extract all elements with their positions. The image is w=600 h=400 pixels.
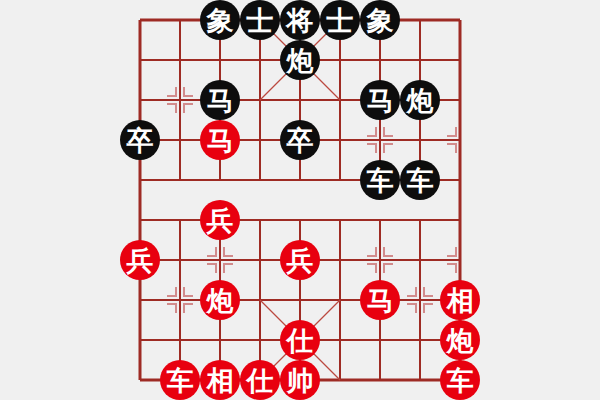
cell-f2-r9[interactable]: 相 — [200, 360, 240, 400]
cell-f6-r5[interactable] — [360, 200, 400, 240]
cell-f7-r3[interactable] — [400, 120, 440, 160]
cell-f7-r6[interactable] — [400, 240, 440, 280]
piece-red-horse[interactable]: 马 — [200, 120, 240, 160]
cell-f6-r0[interactable]: 象 — [360, 0, 400, 40]
piece-black-advisor[interactable]: 士 — [320, 0, 360, 40]
cell-f3-r6[interactable] — [240, 240, 280, 280]
cell-f6-r1[interactable] — [360, 40, 400, 80]
cell-f5-r9[interactable] — [320, 360, 360, 400]
cell-f4-r9[interactable]: 帅 — [280, 360, 320, 400]
cell-f2-r0[interactable]: 象 — [200, 0, 240, 40]
cell-f4-r5[interactable] — [280, 200, 320, 240]
piece-red-chariot[interactable]: 车 — [440, 360, 480, 400]
cell-f4-r1[interactable]: 炮 — [280, 40, 320, 80]
piece-red-advisor[interactable]: 仕 — [280, 320, 320, 360]
cell-f8-r5[interactable] — [440, 200, 480, 240]
cell-f0-r6[interactable]: 兵 — [120, 240, 160, 280]
cell-f8-r8[interactable]: 炮 — [440, 320, 480, 360]
piece-black-cannon[interactable]: 炮 — [400, 80, 440, 120]
piece-red-advisor[interactable]: 仕 — [240, 360, 280, 400]
cell-f0-r0[interactable] — [120, 0, 160, 40]
cell-f6-r9[interactable] — [360, 360, 400, 400]
cell-f3-r2[interactable] — [240, 80, 280, 120]
piece-red-cannon[interactable]: 炮 — [200, 280, 240, 320]
piece-red-chariot[interactable]: 车 — [160, 360, 200, 400]
cell-f4-r0[interactable]: 将 — [280, 0, 320, 40]
cell-f1-r0[interactable] — [160, 0, 200, 40]
cell-f1-r3[interactable] — [160, 120, 200, 160]
piece-black-cannon[interactable]: 炮 — [280, 40, 320, 80]
cell-f3-r1[interactable] — [240, 40, 280, 80]
cell-f2-r6[interactable] — [200, 240, 240, 280]
cell-f0-r8[interactable] — [120, 320, 160, 360]
piece-red-soldier[interactable]: 兵 — [200, 200, 240, 240]
cell-f6-r4[interactable]: 车 — [360, 160, 400, 200]
piece-red-elephant[interactable]: 相 — [200, 360, 240, 400]
cell-f2-r1[interactable] — [200, 40, 240, 80]
cell-f7-r2[interactable]: 炮 — [400, 80, 440, 120]
cell-f2-r4[interactable] — [200, 160, 240, 200]
cell-f6-r2[interactable]: 马 — [360, 80, 400, 120]
cell-f5-r7[interactable] — [320, 280, 360, 320]
cell-f5-r3[interactable] — [320, 120, 360, 160]
piece-red-soldier[interactable]: 兵 — [280, 240, 320, 280]
cell-f1-r8[interactable] — [160, 320, 200, 360]
cell-f8-r4[interactable] — [440, 160, 480, 200]
cell-f1-r4[interactable] — [160, 160, 200, 200]
cell-f8-r9[interactable]: 车 — [440, 360, 480, 400]
cell-f8-r6[interactable] — [440, 240, 480, 280]
piece-black-elephant[interactable]: 象 — [360, 0, 400, 40]
piece-red-horse[interactable]: 马 — [360, 280, 400, 320]
cell-f0-r3[interactable]: 卒 — [120, 120, 160, 160]
cell-f6-r6[interactable] — [360, 240, 400, 280]
cell-f8-r3[interactable] — [440, 120, 480, 160]
cell-f5-r5[interactable] — [320, 200, 360, 240]
cell-f7-r9[interactable] — [400, 360, 440, 400]
piece-black-chariot[interactable]: 车 — [400, 160, 440, 200]
cell-f4-r2[interactable] — [280, 80, 320, 120]
cell-f8-r2[interactable] — [440, 80, 480, 120]
piece-black-advisor[interactable]: 士 — [240, 0, 280, 40]
piece-black-general[interactable]: 将 — [280, 0, 320, 40]
cell-f4-r4[interactable] — [280, 160, 320, 200]
piece-black-elephant[interactable]: 象 — [200, 0, 240, 40]
piece-red-cannon[interactable]: 炮 — [440, 320, 480, 360]
cell-f7-r0[interactable] — [400, 0, 440, 40]
board: 象士将士象炮马马炮卒马卒车车兵兵兵炮马相仕炮车相仕帅车 — [120, 0, 480, 400]
cell-f7-r1[interactable] — [400, 40, 440, 80]
cell-f5-r8[interactable] — [320, 320, 360, 360]
cell-f0-r1[interactable] — [120, 40, 160, 80]
cell-f5-r0[interactable]: 士 — [320, 0, 360, 40]
cell-f8-r1[interactable] — [440, 40, 480, 80]
cell-f8-r7[interactable]: 相 — [440, 280, 480, 320]
cell-f6-r3[interactable] — [360, 120, 400, 160]
piece-red-soldier[interactable]: 兵 — [120, 240, 160, 280]
cell-f3-r4[interactable] — [240, 160, 280, 200]
cell-f7-r4[interactable]: 车 — [400, 160, 440, 200]
cell-f3-r5[interactable] — [240, 200, 280, 240]
cell-f4-r7[interactable] — [280, 280, 320, 320]
cell-f1-r5[interactable] — [160, 200, 200, 240]
piece-red-elephant[interactable]: 相 — [440, 280, 480, 320]
cell-f3-r9[interactable]: 仕 — [240, 360, 280, 400]
cell-f3-r0[interactable]: 士 — [240, 0, 280, 40]
piece-black-chariot[interactable]: 车 — [360, 160, 400, 200]
cell-f2-r5[interactable]: 兵 — [200, 200, 240, 240]
cell-f2-r3[interactable]: 马 — [200, 120, 240, 160]
cell-f3-r7[interactable] — [240, 280, 280, 320]
cell-f3-r3[interactable] — [240, 120, 280, 160]
cell-f7-r5[interactable] — [400, 200, 440, 240]
cell-f4-r3[interactable]: 卒 — [280, 120, 320, 160]
xiangqi-screen: 象士将士象炮马马炮卒马卒车车兵兵兵炮马相仕炮车相仕帅车 — [0, 0, 600, 400]
cell-f1-r6[interactable] — [160, 240, 200, 280]
cell-f5-r2[interactable] — [320, 80, 360, 120]
cell-f0-r4[interactable] — [120, 160, 160, 200]
piece-black-soldier[interactable]: 卒 — [120, 120, 160, 160]
cell-f4-r6[interactable]: 兵 — [280, 240, 320, 280]
cell-f1-r1[interactable] — [160, 40, 200, 80]
cell-f1-r9[interactable]: 车 — [160, 360, 200, 400]
cell-f2-r2[interactable]: 马 — [200, 80, 240, 120]
cell-f6-r7[interactable]: 马 — [360, 280, 400, 320]
cell-f6-r8[interactable] — [360, 320, 400, 360]
cell-f4-r8[interactable]: 仕 — [280, 320, 320, 360]
cell-f1-r7[interactable] — [160, 280, 200, 320]
piece-black-horse[interactable]: 马 — [200, 80, 240, 120]
cell-f0-r2[interactable] — [120, 80, 160, 120]
cell-f2-r8[interactable] — [200, 320, 240, 360]
cell-f7-r8[interactable] — [400, 320, 440, 360]
cell-f7-r7[interactable] — [400, 280, 440, 320]
piece-red-general[interactable]: 帅 — [280, 360, 320, 400]
piece-black-soldier[interactable]: 卒 — [280, 120, 320, 160]
cell-f1-r2[interactable] — [160, 80, 200, 120]
cell-f5-r6[interactable] — [320, 240, 360, 280]
cell-f0-r9[interactable] — [120, 360, 160, 400]
cell-f0-r5[interactable] — [120, 200, 160, 240]
cell-f0-r7[interactable] — [120, 280, 160, 320]
cell-f5-r4[interactable] — [320, 160, 360, 200]
cell-f5-r1[interactable] — [320, 40, 360, 80]
cell-f3-r8[interactable] — [240, 320, 280, 360]
piece-black-horse[interactable]: 马 — [360, 80, 400, 120]
cell-f8-r0[interactable] — [440, 0, 480, 40]
cell-f2-r7[interactable]: 炮 — [200, 280, 240, 320]
